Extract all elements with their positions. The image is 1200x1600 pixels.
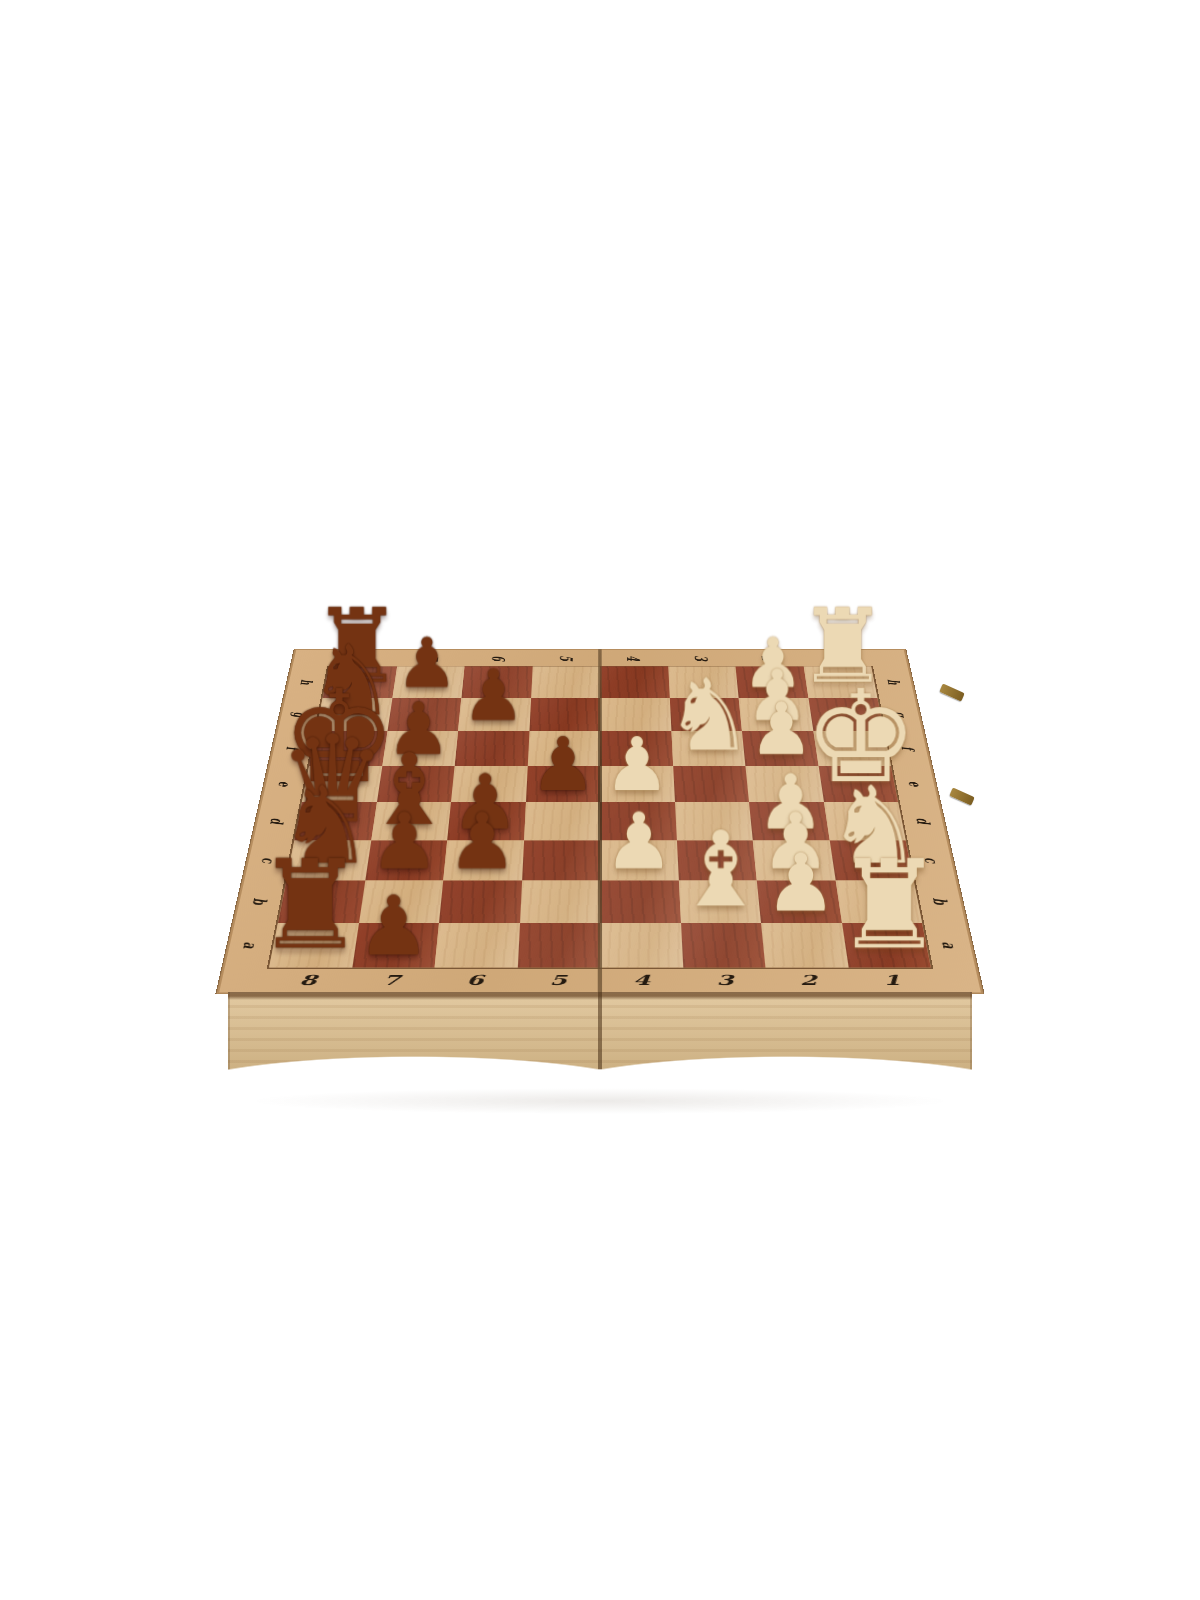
square-f3[interactable]: ♞ [671, 731, 745, 766]
ground-shadow [250, 1088, 950, 1114]
hinge-clasp-icon [949, 788, 975, 806]
piece-black-rook-a8[interactable]: ♜ [256, 844, 365, 966]
square-e5[interactable]: ♟ [526, 766, 601, 802]
square-a4[interactable] [600, 923, 683, 968]
square-c7[interactable]: ♟ [365, 840, 447, 880]
square-b2[interactable]: ♟ [757, 880, 842, 922]
chess-box-front [228, 992, 972, 1096]
rank-label-near-3: 3 [683, 969, 768, 992]
square-h5[interactable] [531, 666, 600, 698]
piece-white-knight-f3[interactable]: ♞ [664, 665, 753, 764]
rank-label-near-8: 8 [264, 969, 351, 992]
chess-photo-stage: ♜♟♟♜♞♟♟♟♞♟♚♟♟♚♛♝♟♟♞♟♟♟♟♞♝♟♜♟♜ 8765432187… [0, 0, 1200, 1600]
square-a8[interactable]: ♜ [269, 923, 358, 968]
square-a1[interactable]: ♜ [841, 923, 930, 968]
piece-black-pawn-g6[interactable]: ♟ [462, 660, 525, 730]
square-d5[interactable] [524, 802, 600, 840]
square-g6[interactable]: ♟ [458, 698, 531, 731]
rank-label-near-1: 1 [848, 969, 935, 992]
piece-black-pawn-c7[interactable]: ♟ [369, 801, 439, 879]
square-a6[interactable] [435, 923, 520, 968]
board-frame: ♜♟♟♜♞♟♟♟♞♟♚♟♟♚♛♝♟♟♞♟♟♟♟♞♝♟♜♟♜ 8765432187… [217, 649, 984, 993]
piece-black-pawn-c6[interactable]: ♟ [448, 801, 518, 879]
rank-label-near-4: 4 [600, 969, 684, 992]
square-b4[interactable] [600, 880, 680, 922]
square-c5[interactable] [522, 840, 600, 880]
piece-black-pawn-e5[interactable]: ♟ [530, 727, 596, 801]
rank-label-near-6: 6 [432, 969, 517, 992]
chess-board-scene: ♜♟♟♜♞♟♟♟♞♟♚♟♟♚♛♝♟♟♞♟♟♟♟♞♝♟♜♟♜ 8765432187… [217, 649, 984, 993]
piece-white-bishop-b3[interactable]: ♝ [674, 818, 767, 922]
piece-white-pawn-c4[interactable]: ♟ [604, 801, 674, 879]
square-a7[interactable]: ♟ [352, 923, 439, 968]
piece-black-pawn-a7[interactable]: ♟ [357, 884, 431, 966]
square-b5[interactable] [520, 880, 600, 922]
rank-label-near-5: 5 [516, 969, 600, 992]
square-b3[interactable]: ♝ [678, 880, 761, 922]
square-b6[interactable] [439, 880, 522, 922]
rank-label-near-7: 7 [348, 969, 434, 992]
square-e3[interactable] [673, 766, 749, 802]
square-h4[interactable] [600, 666, 669, 698]
square-a3[interactable] [680, 923, 765, 968]
rank-label-near-2: 2 [766, 969, 852, 992]
square-c6[interactable]: ♟ [443, 840, 523, 880]
piece-white-pawn-b2[interactable]: ♟ [765, 842, 837, 922]
square-c4[interactable]: ♟ [600, 840, 678, 880]
square-a5[interactable] [517, 923, 600, 968]
hinge-clasp-icon [939, 684, 965, 702]
piece-white-pawn-e4[interactable]: ♟ [604, 727, 670, 801]
piece-white-rook-a1[interactable]: ♜ [835, 844, 944, 966]
